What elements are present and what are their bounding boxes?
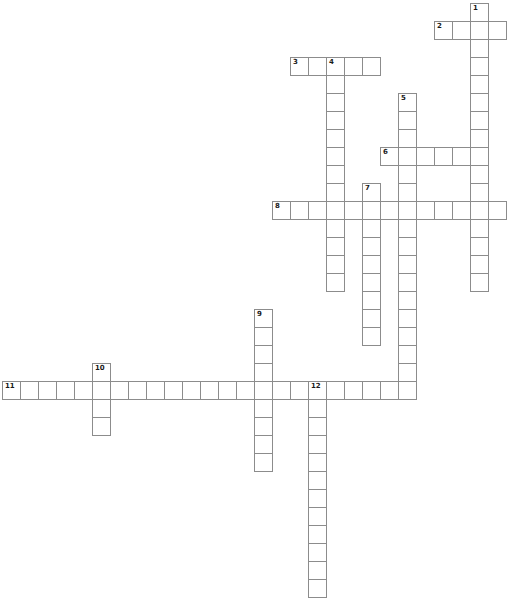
crossword-cell-c18-r9[interactable] (326, 165, 345, 184)
crossword-cell-c0-r21[interactable]: 11 (2, 381, 21, 400)
crossword-cell-c20-r13[interactable] (362, 237, 381, 256)
clue-number-7: 7 (365, 185, 370, 192)
crossword-cell-c26-r3[interactable] (470, 57, 489, 76)
crossword-cell-c27-r11[interactable] (488, 201, 507, 220)
crossword-cell-c26-r10[interactable] (470, 183, 489, 202)
crossword-cell-c25-r11[interactable] (452, 201, 471, 220)
clue-number-2: 2 (437, 23, 442, 30)
crossword-cell-c26-r0[interactable]: 1 (470, 3, 489, 22)
crossword-cell-c17-r21[interactable]: 12 (308, 381, 327, 400)
crossword-cell-c26-r8[interactable] (470, 147, 489, 166)
crossword-cell-c19-r11[interactable] (344, 201, 363, 220)
crossword-cell-c26-r7[interactable] (470, 129, 489, 148)
crossword-cell-c18-r6[interactable] (326, 111, 345, 130)
crossword-cell-c15-r11[interactable]: 8 (272, 201, 291, 220)
crossword-cell-c17-r3[interactable] (308, 57, 327, 76)
crossword-cell-c16-r21[interactable] (290, 381, 309, 400)
crossword-cell-c26-r5[interactable] (470, 93, 489, 112)
crossword-cell-c22-r7[interactable] (398, 129, 417, 148)
crossword-cell-c20-r11[interactable] (362, 201, 381, 220)
crossword-cell-c18-r13[interactable] (326, 237, 345, 256)
crossword-cell-c14-r18[interactable] (254, 327, 273, 346)
crossword-cell-c20-r18[interactable] (362, 327, 381, 346)
crossword-cell-c1-r21[interactable] (20, 381, 39, 400)
crossword-cell-c22-r21[interactable] (398, 381, 417, 400)
crossword-cell-c24-r1[interactable]: 2 (434, 21, 453, 40)
crossword-cell-c19-r21[interactable] (344, 381, 363, 400)
crossword-cell-c21-r21[interactable] (380, 381, 399, 400)
crossword-cell-c18-r12[interactable] (326, 219, 345, 238)
crossword-cell-c17-r26[interactable] (308, 471, 327, 490)
crossword-cell-c26-r13[interactable] (470, 237, 489, 256)
clue-number-6: 6 (383, 149, 388, 156)
clue-number-10: 10 (95, 365, 105, 372)
crossword-cell-c22-r13[interactable] (398, 237, 417, 256)
crossword-cell-c22-r15[interactable] (398, 273, 417, 292)
crossword-cell-c8-r21[interactable] (146, 381, 165, 400)
crossword-cell-c26-r9[interactable] (470, 165, 489, 184)
crossword-cell-c17-r27[interactable] (308, 489, 327, 508)
crossword-cell-c22-r5[interactable]: 5 (398, 93, 417, 112)
crossword-cell-c16-r3[interactable]: 3 (290, 57, 309, 76)
crossword-cell-c9-r21[interactable] (164, 381, 183, 400)
crossword-cell-c18-r11[interactable] (326, 201, 345, 220)
crossword-cell-c18-r5[interactable] (326, 93, 345, 112)
crossword-cell-c17-r11[interactable] (308, 201, 327, 220)
crossword-cell-c26-r14[interactable] (470, 255, 489, 274)
crossword-cell-c14-r20[interactable] (254, 363, 273, 382)
crossword-cell-c23-r8[interactable] (416, 147, 435, 166)
crossword-cell-c26-r15[interactable] (470, 273, 489, 292)
crossword-cell-c5-r23[interactable] (92, 417, 111, 436)
crossword-cell-c26-r4[interactable] (470, 75, 489, 94)
crossword-cell-c20-r12[interactable] (362, 219, 381, 238)
crossword-cell-c17-r22[interactable] (308, 399, 327, 418)
crossword-cell-c18-r7[interactable] (326, 129, 345, 148)
crossword-cell-c5-r21[interactable] (92, 381, 111, 400)
crossword-cell-c14-r24[interactable] (254, 435, 273, 454)
crossword-cell-c20-r17[interactable] (362, 309, 381, 328)
clue-number-3: 3 (293, 59, 298, 66)
crossword-cell-c27-r1[interactable] (488, 21, 507, 40)
crossword-cell-c20-r14[interactable] (362, 255, 381, 274)
crossword-cell-c14-r21[interactable] (254, 381, 273, 400)
crossword-cell-c7-r21[interactable] (128, 381, 147, 400)
crossword-cell-c21-r11[interactable] (380, 201, 399, 220)
crossword-cell-c12-r21[interactable] (218, 381, 237, 400)
crossword-cell-c17-r28[interactable] (308, 507, 327, 526)
crossword-cell-c2-r21[interactable] (38, 381, 57, 400)
crossword-cell-c24-r8[interactable] (434, 147, 453, 166)
crossword-cell-c20-r16[interactable] (362, 291, 381, 310)
crossword-cell-c22-r12[interactable] (398, 219, 417, 238)
crossword-cell-c22-r16[interactable] (398, 291, 417, 310)
crossword-cell-c20-r3[interactable] (362, 57, 381, 76)
crossword-cell-c5-r22[interactable] (92, 399, 111, 418)
crossword-cell-c26-r1[interactable] (470, 21, 489, 40)
crossword-cell-c5-r20[interactable]: 10 (92, 363, 111, 382)
crossword-cell-c16-r11[interactable] (290, 201, 309, 220)
crossword-cell-c14-r23[interactable] (254, 417, 273, 436)
clue-number-1: 1 (473, 5, 478, 12)
crossword-cell-c17-r25[interactable] (308, 453, 327, 472)
clue-number-12: 12 (311, 383, 321, 390)
crossword-cell-c6-r21[interactable] (110, 381, 129, 400)
crossword-cell-c19-r3[interactable] (344, 57, 363, 76)
crossword-cell-c14-r22[interactable] (254, 399, 273, 418)
crossword-cell-c26-r2[interactable] (470, 39, 489, 58)
crossword-cell-c14-r19[interactable] (254, 345, 273, 364)
crossword-cell-c26-r11[interactable] (470, 201, 489, 220)
crossword-cell-c22-r6[interactable] (398, 111, 417, 130)
crossword-cell-c18-r14[interactable] (326, 255, 345, 274)
crossword-cell-c21-r8[interactable]: 6 (380, 147, 399, 166)
crossword-cell-c13-r21[interactable] (236, 381, 255, 400)
crossword-cell-c22-r11[interactable] (398, 201, 417, 220)
crossword-cell-c22-r20[interactable] (398, 363, 417, 382)
clue-number-5: 5 (401, 95, 406, 102)
crossword-cell-c22-r19[interactable] (398, 345, 417, 364)
crossword-cell-c17-r23[interactable] (308, 417, 327, 436)
crossword-cell-c22-r8[interactable] (398, 147, 417, 166)
crossword-cell-c17-r29[interactable] (308, 525, 327, 544)
crossword-cell-c10-r21[interactable] (182, 381, 201, 400)
crossword-cell-c18-r8[interactable] (326, 147, 345, 166)
crossword-cell-c23-r11[interactable] (416, 201, 435, 220)
crossword-cell-c26-r6[interactable] (470, 111, 489, 130)
crossword-cell-c18-r10[interactable] (326, 183, 345, 202)
crossword-cell-c17-r32[interactable] (308, 579, 327, 598)
crossword-cell-c17-r30[interactable] (308, 543, 327, 562)
crossword-cell-c25-r8[interactable] (452, 147, 471, 166)
clue-number-8: 8 (275, 203, 280, 210)
crossword-cell-c25-r1[interactable] (452, 21, 471, 40)
crossword-cell-c22-r10[interactable] (398, 183, 417, 202)
crossword-cell-c22-r9[interactable] (398, 165, 417, 184)
crossword-cell-c14-r17[interactable]: 9 (254, 309, 273, 328)
crossword-cell-c22-r17[interactable] (398, 309, 417, 328)
clue-number-11: 11 (5, 383, 15, 390)
crossword-cell-c11-r21[interactable] (200, 381, 219, 400)
crossword-cell-c18-r15[interactable] (326, 273, 345, 292)
crossword-cell-c20-r21[interactable] (362, 381, 381, 400)
crossword-cell-c22-r14[interactable] (398, 255, 417, 274)
crossword-cell-c18-r21[interactable] (326, 381, 345, 400)
crossword-page: 123456789101112 (0, 0, 510, 599)
crossword-cell-c22-r18[interactable] (398, 327, 417, 346)
crossword-cell-c18-r3[interactable]: 4 (326, 57, 345, 76)
crossword-cell-c15-r21[interactable] (272, 381, 291, 400)
crossword-cell-c24-r11[interactable] (434, 201, 453, 220)
clue-number-9: 9 (257, 311, 262, 318)
clue-number-4: 4 (329, 59, 334, 66)
crossword-cell-c18-r4[interactable] (326, 75, 345, 94)
crossword-cell-c3-r21[interactable] (56, 381, 75, 400)
crossword-cell-c14-r25[interactable] (254, 453, 273, 472)
crossword-cell-c17-r24[interactable] (308, 435, 327, 454)
crossword-cell-c20-r15[interactable] (362, 273, 381, 292)
crossword-cell-c20-r10[interactable]: 7 (362, 183, 381, 202)
crossword-cell-c4-r21[interactable] (74, 381, 93, 400)
crossword-cell-c17-r31[interactable] (308, 561, 327, 580)
crossword-cell-c26-r12[interactable] (470, 219, 489, 238)
